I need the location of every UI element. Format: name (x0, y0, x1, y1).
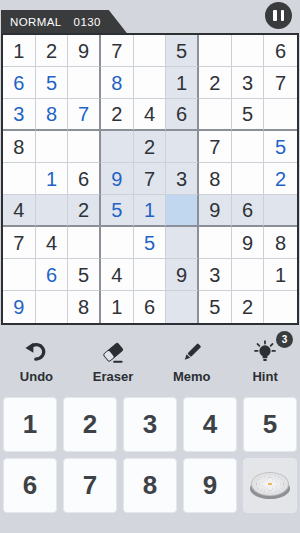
cell-r7c7[interactable] (199, 227, 232, 259)
numpad-4[interactable]: 4 (183, 397, 237, 452)
cell-r2c6[interactable]: 1 (166, 67, 199, 99)
item-disc-button[interactable] (243, 458, 297, 513)
cell-r9c4[interactable]: 1 (101, 291, 134, 323)
numpad-3[interactable]: 3 (123, 397, 177, 452)
timer-value: 0130 (74, 16, 101, 28)
mode-timer-tab: NORMAL 0130 (1, 10, 127, 33)
cell-r5c4[interactable]: 9 (101, 163, 134, 195)
cell-r6c5[interactable]: 1 (134, 195, 167, 227)
number-pad: 1 2 3 4 5 6 7 8 9 (3, 397, 297, 513)
cell-r7c4[interactable] (101, 227, 134, 259)
undo-icon (21, 337, 51, 367)
cell-r6c9[interactable] (264, 195, 297, 227)
cell-r8c1[interactable] (3, 259, 36, 291)
memo-button[interactable]: Memo (167, 333, 217, 388)
cell-r9c5[interactable]: 6 (134, 291, 167, 323)
hint-count-badge: 3 (276, 331, 293, 348)
hint-label: Hint (252, 369, 277, 384)
numpad-5[interactable]: 5 (243, 397, 297, 452)
cell-r1c6[interactable]: 5 (166, 35, 199, 67)
cell-r2c5[interactable] (134, 67, 167, 99)
cell-r3c1[interactable]: 3 (3, 99, 36, 131)
cell-r2c3[interactable] (68, 67, 101, 99)
hint-button[interactable]: 3 Hint (244, 333, 286, 388)
numpad-8[interactable]: 8 (123, 458, 177, 513)
cell-r7c2[interactable]: 4 (36, 227, 69, 259)
difficulty-label: NORMAL (10, 16, 62, 28)
numpad-1[interactable]: 1 (3, 397, 57, 452)
cell-r6c1[interactable]: 4 (3, 195, 36, 227)
cell-r7c8[interactable]: 9 (232, 227, 265, 259)
cell-r1c5[interactable] (134, 35, 167, 67)
toolbar: Undo Eraser (0, 333, 300, 391)
cell-r5c2[interactable]: 1 (36, 163, 69, 195)
cell-r9c8[interactable]: 2 (232, 291, 265, 323)
cell-r3c9[interactable] (264, 99, 297, 131)
cell-r6c2[interactable] (36, 195, 69, 227)
sudoku-app-screen: NORMAL 0130 1297566581237387246582751697… (0, 0, 300, 533)
cell-r2c8[interactable]: 3 (232, 67, 265, 99)
undo-button[interactable]: Undo (14, 333, 59, 388)
cell-r7c6[interactable] (166, 227, 199, 259)
cell-r8c6[interactable]: 9 (166, 259, 199, 291)
pause-icon (273, 10, 284, 21)
cell-r9c1[interactable]: 9 (3, 291, 36, 323)
memo-pencil-icon (177, 337, 207, 367)
cell-r5c7[interactable]: 8 (199, 163, 232, 195)
numpad-6[interactable]: 6 (3, 458, 57, 513)
eraser-button[interactable]: Eraser (87, 333, 139, 388)
cell-r1c8[interactable] (232, 35, 265, 67)
cell-r1c4[interactable]: 7 (101, 35, 134, 67)
cell-r8c3[interactable]: 5 (68, 259, 101, 291)
cell-r4c9[interactable]: 5 (264, 131, 297, 163)
cell-r7c1[interactable]: 7 (3, 227, 36, 259)
cell-r5c9[interactable]: 2 (264, 163, 297, 195)
cell-r3c4[interactable]: 2 (101, 99, 134, 131)
cell-r8c4[interactable]: 4 (101, 259, 134, 291)
coil-disc-icon (250, 472, 290, 499)
eraser-label: Eraser (93, 369, 133, 384)
cell-r4c6[interactable] (166, 131, 199, 163)
cell-r8c9[interactable]: 1 (264, 259, 297, 291)
cell-r4c5[interactable]: 2 (134, 131, 167, 163)
undo-label: Undo (20, 369, 53, 384)
cell-r4c1[interactable]: 8 (3, 131, 36, 163)
cell-r5c1[interactable] (3, 163, 36, 195)
cell-r2c1[interactable]: 6 (3, 67, 36, 99)
cell-r5c6[interactable]: 3 (166, 163, 199, 195)
numpad-7[interactable]: 7 (63, 458, 117, 513)
cell-r4c7[interactable]: 7 (199, 131, 232, 163)
cell-r9c6[interactable] (166, 291, 199, 323)
pause-button[interactable] (265, 2, 292, 29)
cell-r3c7[interactable] (199, 99, 232, 131)
cell-r5c3[interactable]: 6 (68, 163, 101, 195)
eraser-icon (98, 337, 128, 367)
cell-r5c5[interactable]: 7 (134, 163, 167, 195)
numpad-9[interactable]: 9 (183, 458, 237, 513)
cell-r2c2[interactable]: 5 (36, 67, 69, 99)
cell-r9c2[interactable] (36, 291, 69, 323)
cell-r1c3[interactable]: 9 (68, 35, 101, 67)
cell-r3c3[interactable]: 7 (68, 99, 101, 131)
cell-r2c4[interactable]: 8 (101, 67, 134, 99)
sudoku-board: 1297566581237387246582751697382425196745… (1, 33, 299, 325)
cell-r5c8[interactable] (232, 163, 265, 195)
cell-r6c3[interactable]: 2 (68, 195, 101, 227)
cell-r3c6[interactable]: 6 (166, 99, 199, 131)
cell-r4c3[interactable] (68, 131, 101, 163)
cell-r8c2[interactable]: 6 (36, 259, 69, 291)
cell-r1c7[interactable] (199, 35, 232, 67)
cell-r2c9[interactable]: 7 (264, 67, 297, 99)
cell-r1c9[interactable]: 6 (264, 35, 297, 67)
cell-r3c5[interactable]: 4 (134, 99, 167, 131)
cell-r8c7[interactable]: 3 (199, 259, 232, 291)
cell-r1c2[interactable]: 2 (36, 35, 69, 67)
numpad-2[interactable]: 2 (63, 397, 117, 452)
cell-r1c1[interactable]: 1 (3, 35, 36, 67)
cell-r6c7[interactable]: 9 (199, 195, 232, 227)
cell-r6c6[interactable] (166, 195, 199, 227)
cell-r7c3[interactable] (68, 227, 101, 259)
cell-r3c2[interactable]: 8 (36, 99, 69, 131)
cell-r9c7[interactable]: 5 (199, 291, 232, 323)
cell-r6c4[interactable]: 5 (101, 195, 134, 227)
cell-r8c8[interactable] (232, 259, 265, 291)
cell-r6c8[interactable]: 6 (232, 195, 265, 227)
cell-r3c8[interactable]: 5 (232, 99, 265, 131)
memo-label: Memo (173, 369, 211, 384)
cell-r8c5[interactable] (134, 259, 167, 291)
cell-r4c4[interactable] (101, 131, 134, 163)
cell-r2c7[interactable]: 2 (199, 67, 232, 99)
cell-r7c9[interactable]: 8 (264, 227, 297, 259)
cell-r4c2[interactable] (36, 131, 69, 163)
cell-r9c9[interactable] (264, 291, 297, 323)
cell-r4c8[interactable] (232, 131, 265, 163)
cell-r9c3[interactable]: 8 (68, 291, 101, 323)
cell-r7c5[interactable]: 5 (134, 227, 167, 259)
